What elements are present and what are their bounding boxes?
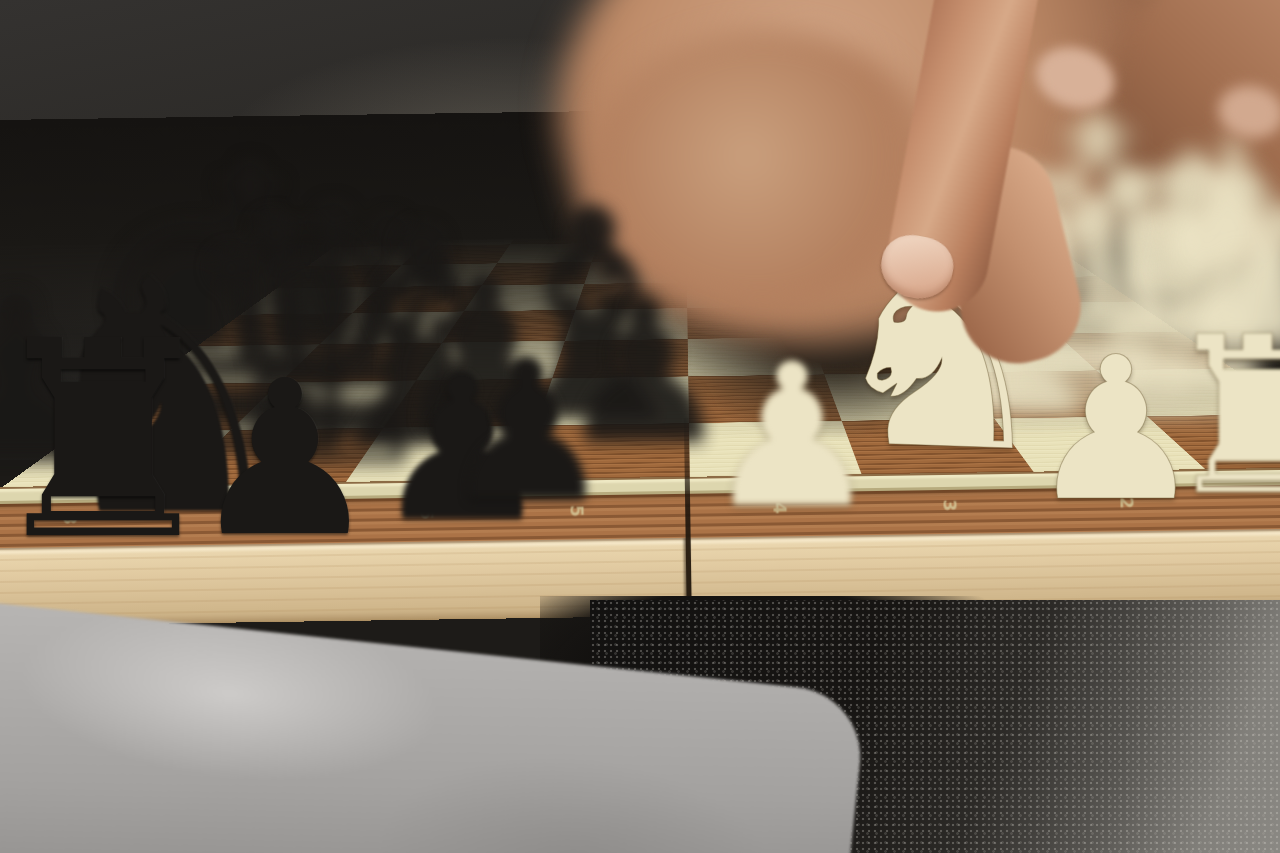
- board-coordinate-2: 2: [1118, 497, 1135, 509]
- board-coordinate-5: 5: [568, 505, 585, 517]
- board-coordinate-3: 3: [941, 499, 958, 511]
- board-coordinate-4: 4: [771, 502, 788, 514]
- board-coordinate-7: 7: [241, 510, 258, 522]
- board-coordinate-6: 6: [418, 507, 435, 519]
- chess-photo-scene: 8765432 ♟♚♛♝♟♝♟♝♚♛♞♞♜♟♟♟♟♟♜♞: [0, 0, 1280, 853]
- board-coordinate-8: 8: [61, 512, 78, 524]
